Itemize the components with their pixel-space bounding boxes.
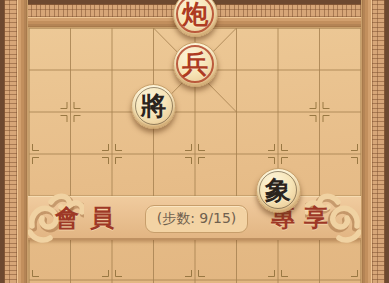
piece-character: 象 (265, 177, 291, 203)
piece-red-soldier[interactable]: 兵 (173, 42, 218, 87)
piece-character: 兵 (182, 51, 208, 77)
xiangqi-app: 會員 (步数: 9/15) 專享 炮兵將象 (0, 0, 389, 283)
piece-black-general[interactable]: 將 (131, 84, 176, 129)
piece-black-elephant[interactable]: 象 (256, 168, 301, 213)
piece-character: 將 (141, 93, 167, 119)
board-grid[interactable]: 炮兵將象 (8, 7, 382, 283)
piece-character: 炮 (182, 1, 208, 27)
piece-red-cannon[interactable]: 炮 (173, 0, 218, 37)
